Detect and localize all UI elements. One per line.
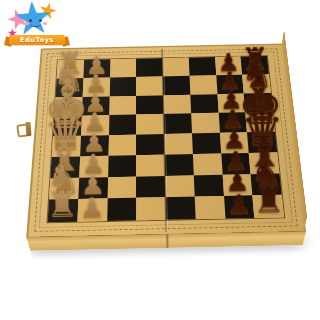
square-d4[interactable] bbox=[136, 134, 164, 155]
square-e6[interactable] bbox=[191, 113, 220, 133]
square-c3[interactable] bbox=[108, 155, 137, 177]
square-f4[interactable] bbox=[136, 95, 163, 115]
square-a1[interactable]: ♜ bbox=[48, 199, 79, 222]
square-g6[interactable] bbox=[189, 75, 217, 94]
brass-latch-icon bbox=[17, 120, 31, 138]
board-squares: ♜♟♟♜♞♟♟♞♝♟♟♝♚♟♟♚♛♟♟♛♝♟♟♝♞♟♟♞♜♟♟♜ bbox=[46, 55, 285, 223]
square-a3[interactable] bbox=[107, 198, 137, 221]
square-h3[interactable] bbox=[110, 59, 137, 78]
square-f3[interactable] bbox=[109, 95, 136, 115]
square-h6[interactable] bbox=[189, 57, 216, 76]
square-b4[interactable] bbox=[136, 176, 165, 198]
box-front-face bbox=[26, 231, 306, 251]
square-e5[interactable] bbox=[164, 114, 192, 134]
chess-set-photo: ♜♟♟♜♞♟♟♞♝♟♟♝♚♟♟♚♛♟♟♛♝♟♟♝♞♟♟♞♜♟♟♜ bbox=[34, 18, 294, 298]
box-right-face bbox=[282, 28, 308, 231]
square-h4[interactable] bbox=[136, 58, 163, 77]
square-d3[interactable] bbox=[108, 135, 136, 156]
piece-black-rook[interactable]: ♜ bbox=[253, 182, 285, 218]
square-e4[interactable] bbox=[136, 114, 164, 134]
front-fold-seam bbox=[166, 234, 168, 247]
square-c5[interactable] bbox=[164, 154, 193, 176]
square-a2[interactable]: ♟ bbox=[77, 199, 107, 222]
square-g5[interactable] bbox=[163, 76, 190, 95]
square-d5[interactable] bbox=[164, 133, 193, 154]
square-g3[interactable] bbox=[109, 77, 136, 96]
square-b5[interactable] bbox=[165, 175, 195, 197]
square-g4[interactable] bbox=[136, 76, 163, 95]
square-a6[interactable] bbox=[194, 196, 225, 219]
square-e3[interactable] bbox=[109, 115, 137, 135]
square-f6[interactable] bbox=[190, 94, 218, 114]
square-h5[interactable] bbox=[162, 58, 189, 77]
square-b6[interactable] bbox=[194, 174, 224, 196]
square-d6[interactable] bbox=[192, 133, 221, 154]
piece-white-rook[interactable]: ♜ bbox=[46, 187, 78, 223]
square-b3[interactable] bbox=[107, 176, 136, 198]
square-a4[interactable] bbox=[136, 197, 166, 220]
square-a5[interactable] bbox=[165, 197, 195, 220]
square-c6[interactable] bbox=[193, 153, 223, 175]
chess-board: ♜♟♟♜♞♟♟♞♝♟♟♝♚♟♟♚♛♟♟♛♝♟♟♝♞♟♟♞♜♟♟♜ bbox=[26, 43, 306, 238]
square-a7[interactable]: ♟ bbox=[224, 196, 255, 219]
square-f5[interactable] bbox=[163, 94, 191, 114]
square-a8[interactable]: ♜ bbox=[253, 195, 284, 218]
piece-white-pawn[interactable]: ♟ bbox=[79, 193, 104, 221]
square-c4[interactable] bbox=[136, 154, 165, 176]
piece-black-pawn[interactable]: ♟ bbox=[227, 190, 252, 218]
